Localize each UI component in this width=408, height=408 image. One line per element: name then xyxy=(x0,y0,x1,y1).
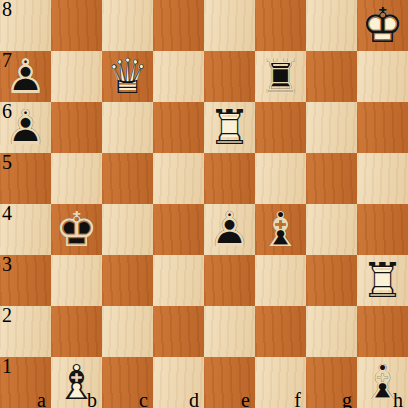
square-g7[interactable] xyxy=(306,51,357,102)
file-label-h: h xyxy=(393,390,403,408)
file-label-g: g xyxy=(342,390,352,408)
square-b5[interactable] xyxy=(51,153,102,204)
piece-glyph-outline: ♗ xyxy=(255,204,306,255)
square-e1[interactable]: e xyxy=(204,357,255,408)
black-pawn[interactable]: ♟♙ xyxy=(204,204,255,255)
square-a8[interactable]: 8 xyxy=(0,0,51,51)
square-e3[interactable] xyxy=(204,255,255,306)
square-a4[interactable]: 4 xyxy=(0,204,51,255)
rank-label-1: 1 xyxy=(2,356,12,376)
square-b8[interactable] xyxy=(51,0,102,51)
square-b6[interactable] xyxy=(51,102,102,153)
square-f8[interactable] xyxy=(255,0,306,51)
square-g5[interactable] xyxy=(306,153,357,204)
square-d7[interactable] xyxy=(153,51,204,102)
file-label-d: d xyxy=(189,390,199,408)
piece-glyph-outline: ♙ xyxy=(204,204,255,255)
square-g2[interactable] xyxy=(306,306,357,357)
rank-label-4: 4 xyxy=(2,203,12,223)
square-f4[interactable]: ♝♗ xyxy=(255,204,306,255)
square-a7[interactable]: 7♟♙ xyxy=(0,51,51,102)
square-e8[interactable] xyxy=(204,0,255,51)
square-g8[interactable] xyxy=(306,0,357,51)
square-h5[interactable] xyxy=(357,153,408,204)
square-e2[interactable] xyxy=(204,306,255,357)
square-c6[interactable] xyxy=(102,102,153,153)
rank-label-5: 5 xyxy=(2,152,12,172)
square-h1[interactable]: h♝♗ xyxy=(357,357,408,408)
square-c2[interactable] xyxy=(102,306,153,357)
square-b3[interactable] xyxy=(51,255,102,306)
piece-glyph-outline: ♖ xyxy=(357,255,408,306)
rank-label-3: 3 xyxy=(2,254,12,274)
square-c5[interactable] xyxy=(102,153,153,204)
square-b7[interactable] xyxy=(51,51,102,102)
square-h3[interactable]: ♜♖ xyxy=(357,255,408,306)
square-f1[interactable]: f xyxy=(255,357,306,408)
square-b4[interactable]: ♚♔ xyxy=(51,204,102,255)
square-b1[interactable]: b♝♗ xyxy=(51,357,102,408)
square-f7[interactable]: ♜♖ xyxy=(255,51,306,102)
square-c8[interactable] xyxy=(102,0,153,51)
square-h2[interactable] xyxy=(357,306,408,357)
square-f2[interactable] xyxy=(255,306,306,357)
white-rook[interactable]: ♜♖ xyxy=(357,255,408,306)
square-e5[interactable] xyxy=(204,153,255,204)
chess-diagram: 8♚♔7♟♙♛♕♜♖6♟♙♜♖54♚♔♟♙♝♗3♜♖21ab♝♗cdefgh♝♗ xyxy=(0,0,408,408)
file-label-a: a xyxy=(37,390,46,408)
black-king[interactable]: ♚♔ xyxy=(51,204,102,255)
piece-glyph-outline: ♕ xyxy=(102,51,153,102)
square-f6[interactable] xyxy=(255,102,306,153)
square-a6[interactable]: 6♟♙ xyxy=(0,102,51,153)
square-h7[interactable] xyxy=(357,51,408,102)
square-f5[interactable] xyxy=(255,153,306,204)
square-h8[interactable]: ♚♔ xyxy=(357,0,408,51)
file-label-c: c xyxy=(139,390,148,408)
file-label-b: b xyxy=(87,390,97,408)
white-queen[interactable]: ♛♕ xyxy=(102,51,153,102)
square-g6[interactable] xyxy=(306,102,357,153)
square-d1[interactable]: d xyxy=(153,357,204,408)
square-d8[interactable] xyxy=(153,0,204,51)
square-g4[interactable] xyxy=(306,204,357,255)
square-c1[interactable]: c xyxy=(102,357,153,408)
square-h6[interactable] xyxy=(357,102,408,153)
square-g1[interactable]: g xyxy=(306,357,357,408)
square-a2[interactable]: 2 xyxy=(0,306,51,357)
rank-label-8: 8 xyxy=(2,0,12,19)
piece-glyph-outline: ♔ xyxy=(51,204,102,255)
square-c3[interactable] xyxy=(102,255,153,306)
black-rook[interactable]: ♜♖ xyxy=(255,51,306,102)
square-a1[interactable]: 1a xyxy=(0,357,51,408)
rank-label-2: 2 xyxy=(2,305,12,325)
rank-label-6: 6 xyxy=(2,101,12,121)
square-g3[interactable] xyxy=(306,255,357,306)
file-label-e: e xyxy=(241,390,250,408)
rank-label-7: 7 xyxy=(2,50,12,70)
piece-glyph-outline: ♔ xyxy=(357,0,408,51)
white-king[interactable]: ♚♔ xyxy=(357,0,408,51)
square-d6[interactable] xyxy=(153,102,204,153)
square-f3[interactable] xyxy=(255,255,306,306)
square-b2[interactable] xyxy=(51,306,102,357)
white-rook[interactable]: ♜♖ xyxy=(204,102,255,153)
square-e6[interactable]: ♜♖ xyxy=(204,102,255,153)
square-c7[interactable]: ♛♕ xyxy=(102,51,153,102)
square-d5[interactable] xyxy=(153,153,204,204)
chess-board: 8♚♔7♟♙♛♕♜♖6♟♙♜♖54♚♔♟♙♝♗3♜♖21ab♝♗cdefgh♝♗ xyxy=(0,0,408,408)
square-a5[interactable]: 5 xyxy=(0,153,51,204)
file-label-f: f xyxy=(294,390,301,408)
square-e7[interactable] xyxy=(204,51,255,102)
square-d3[interactable] xyxy=(153,255,204,306)
square-c4[interactable] xyxy=(102,204,153,255)
square-h4[interactable] xyxy=(357,204,408,255)
square-d4[interactable] xyxy=(153,204,204,255)
piece-glyph-outline: ♖ xyxy=(204,102,255,153)
square-e4[interactable]: ♟♙ xyxy=(204,204,255,255)
black-bishop[interactable]: ♝♗ xyxy=(255,204,306,255)
square-a3[interactable]: 3 xyxy=(0,255,51,306)
piece-glyph-outline: ♖ xyxy=(255,51,306,102)
square-d2[interactable] xyxy=(153,306,204,357)
